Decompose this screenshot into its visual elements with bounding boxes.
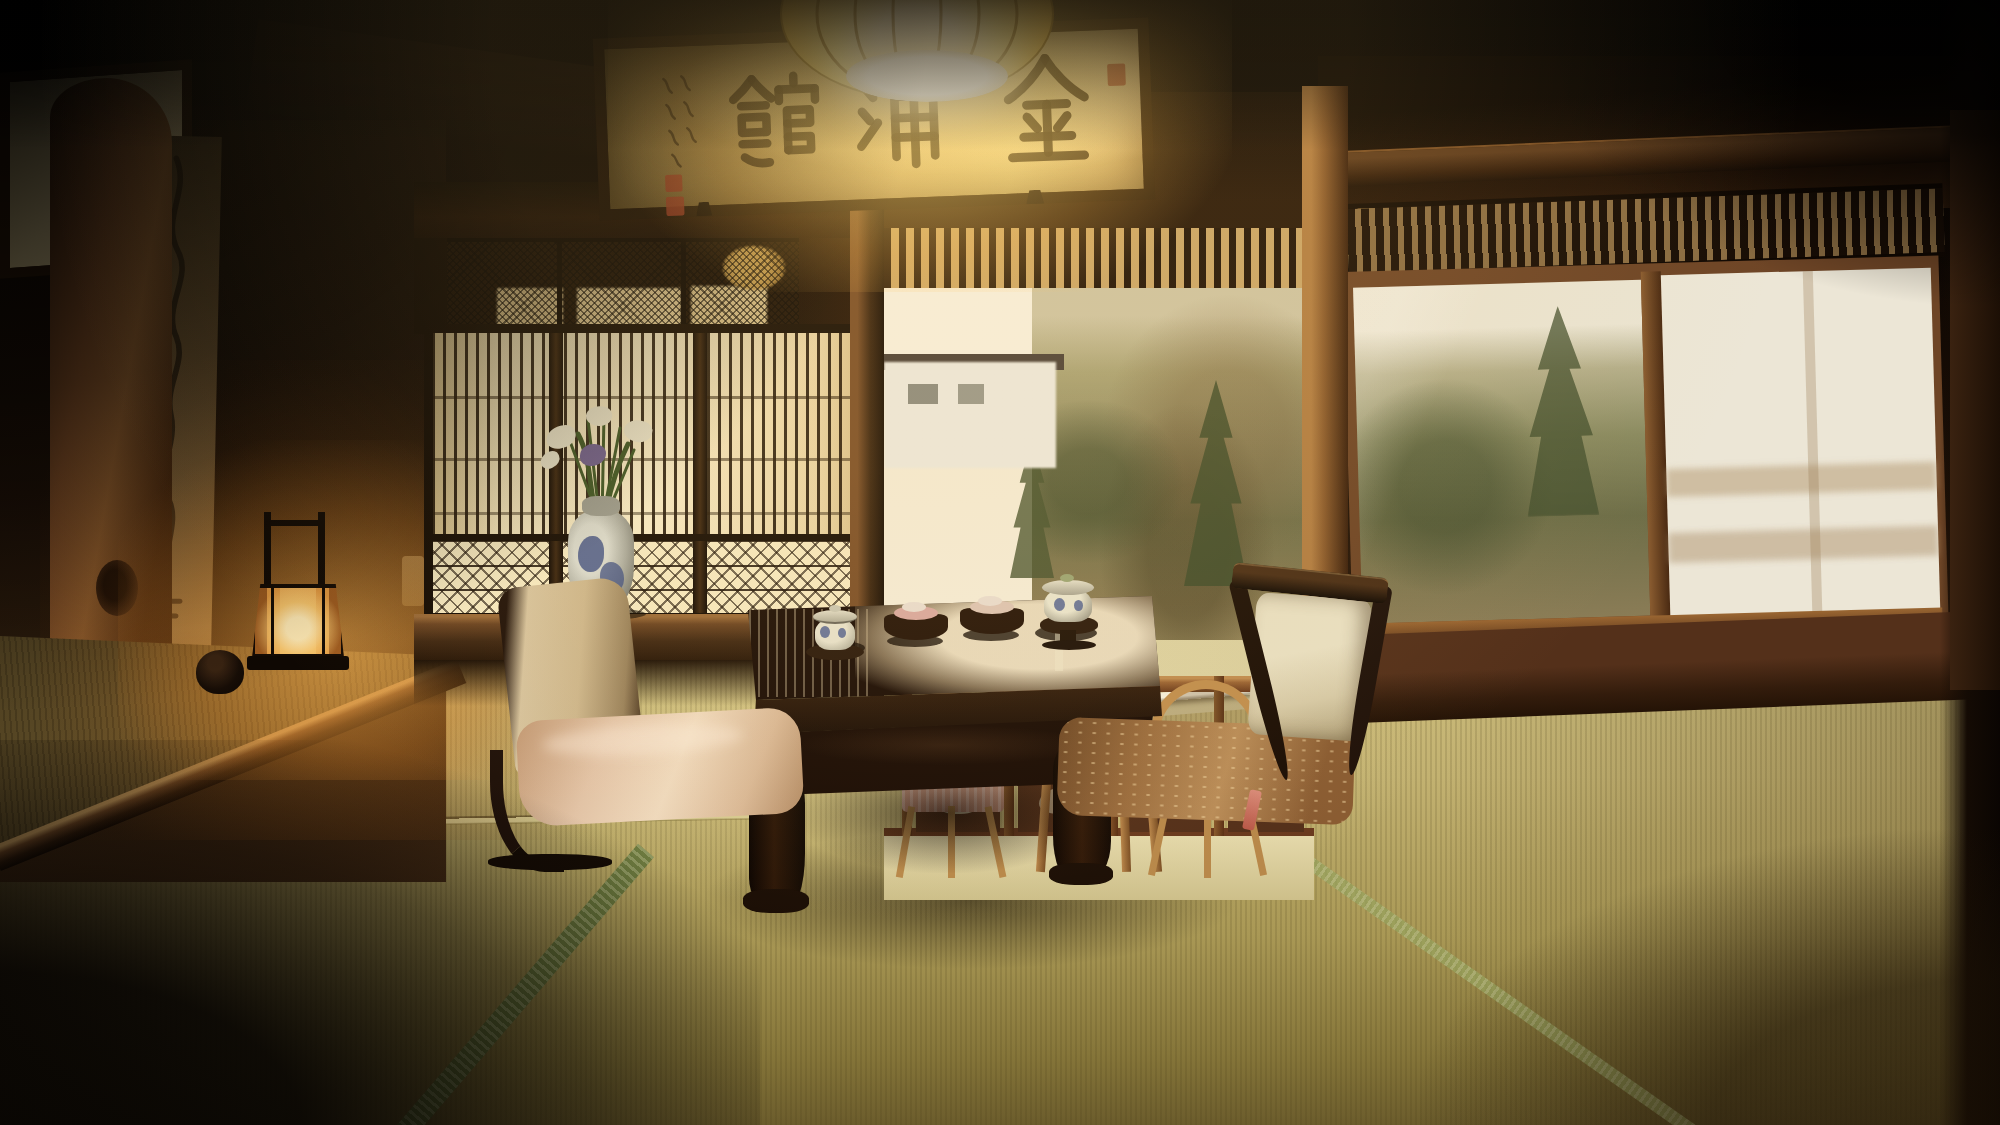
- ryokan-room-photo: 舘 涌 金: [0, 0, 2000, 1125]
- warm-light-cast: [0, 0, 2000, 1125]
